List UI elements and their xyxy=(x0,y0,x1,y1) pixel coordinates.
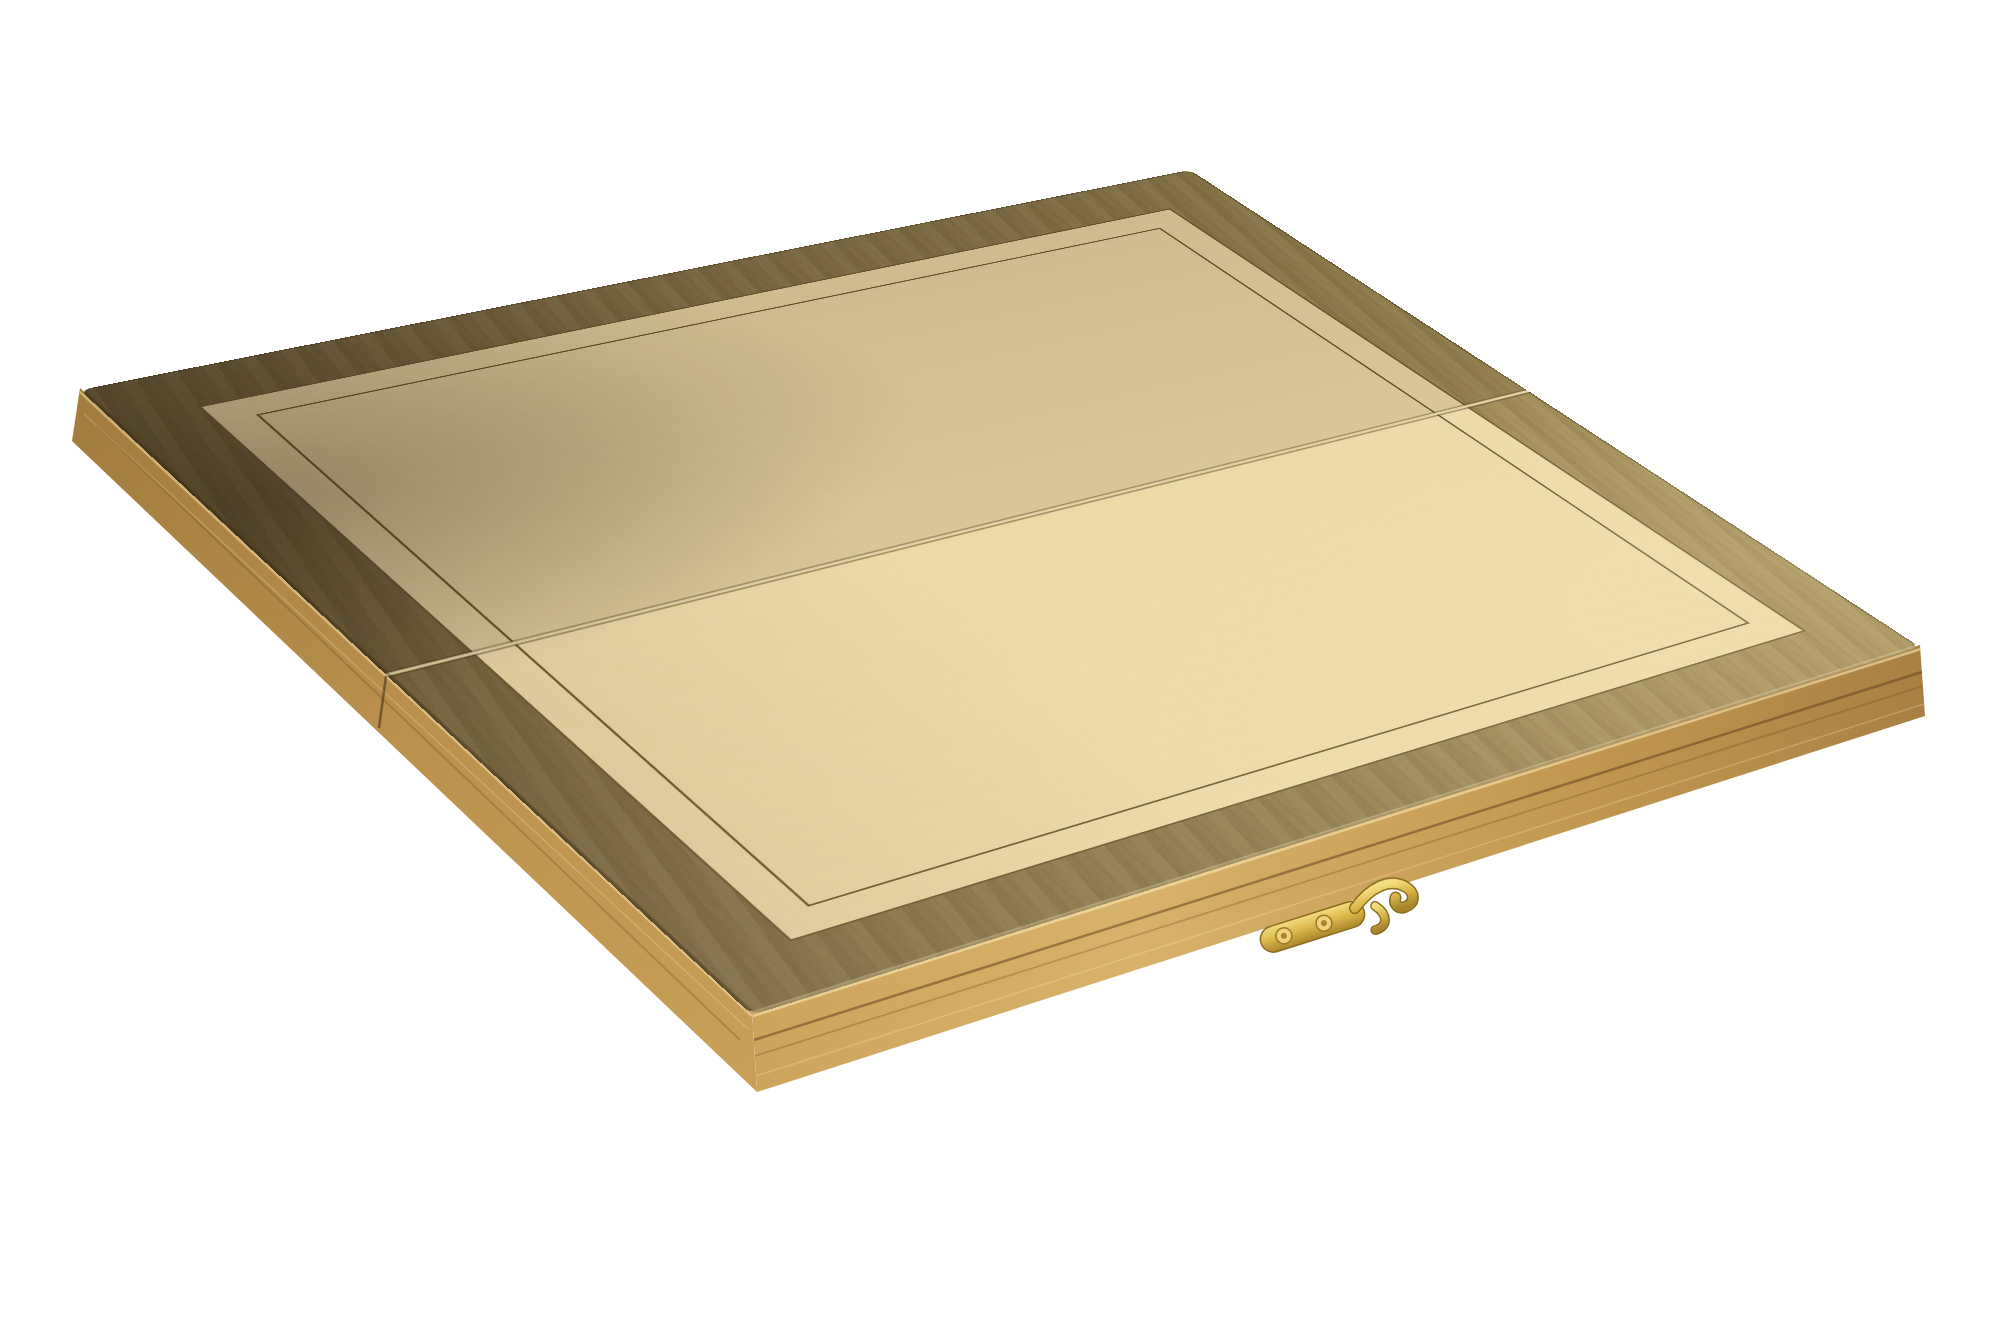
product-photo-scene xyxy=(0,0,2000,1333)
